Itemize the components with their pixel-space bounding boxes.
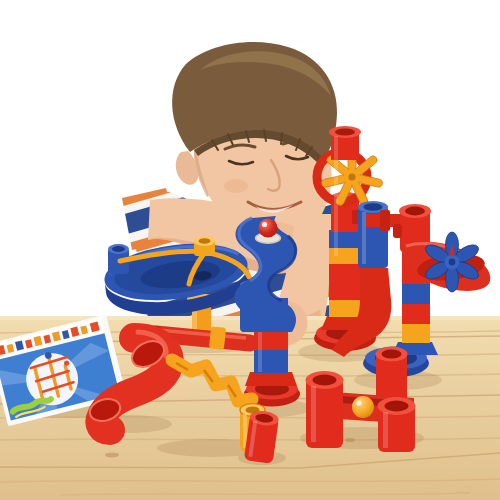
marble-run-scene: [0, 0, 500, 500]
cheek-blush: [224, 179, 248, 193]
red-marble: [258, 218, 277, 237]
orange-coupler-ring: [209, 326, 226, 349]
wood-knot: [105, 452, 119, 457]
orange-marble: [352, 396, 374, 418]
product-photo-canvas: [0, 0, 500, 500]
